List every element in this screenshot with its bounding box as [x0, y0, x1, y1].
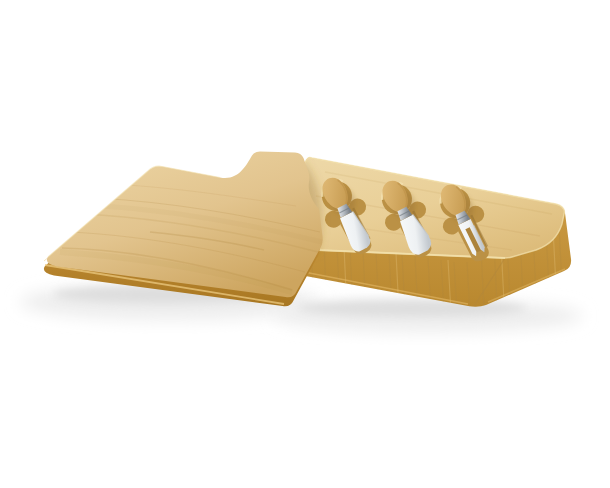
tray-contact-shadow [297, 300, 527, 316]
product-photo [0, 0, 610, 488]
cheese-board-set-scene [0, 0, 610, 488]
